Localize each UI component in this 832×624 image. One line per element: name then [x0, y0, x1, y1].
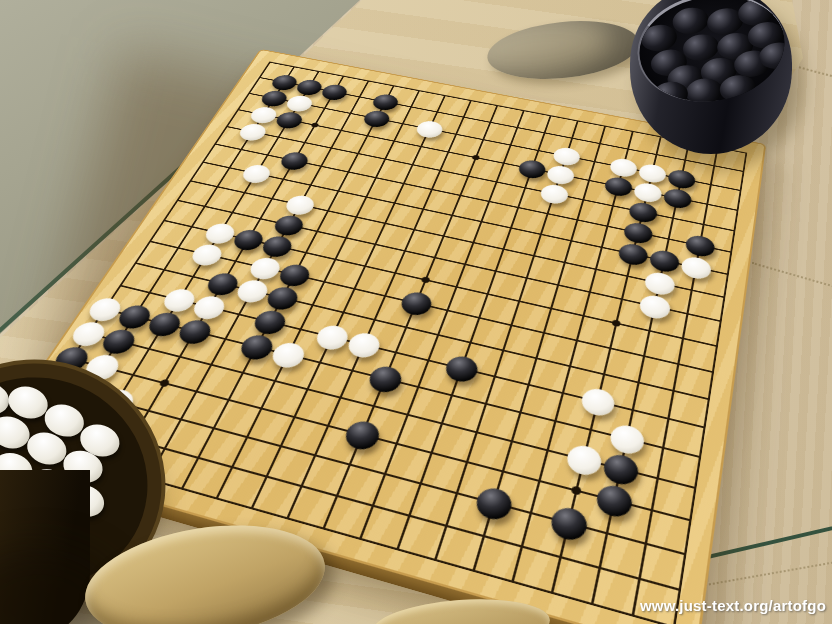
go-scene: www.just-text.org/artofgo	[0, 0, 832, 624]
watermark: www.just-text.org/artofgo	[640, 597, 826, 614]
black-bowl-opening	[630, 0, 793, 112]
bowl-black-stone	[671, 5, 711, 36]
